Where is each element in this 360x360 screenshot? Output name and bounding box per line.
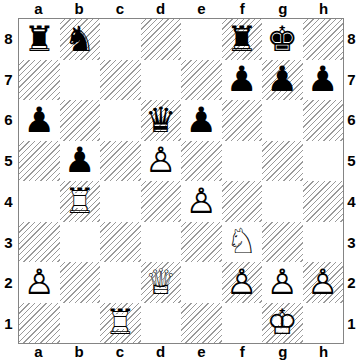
black-pawn-icon: ♟: [303, 60, 344, 101]
file-label-top-d: d: [140, 0, 181, 17]
chess-diagram: abcdefgh 87654321 ♜♞♜♚♟♟♟♟♛♟♟♟♙♜♖♟♙♞♘♟♙♛…: [0, 0, 360, 360]
square-c1[interactable]: ♜♖: [100, 303, 141, 344]
rank-label-right-6: 6: [343, 100, 360, 141]
chessboard: ♜♞♜♚♟♟♟♟♛♟♟♟♙♜♖♟♙♞♘♟♙♛♕♟♙♟♙♟♙♜♖♚♔: [18, 18, 344, 344]
white-knight-icon: ♘: [222, 222, 263, 263]
square-a2[interactable]: ♟♙: [19, 262, 60, 303]
square-c7[interactable]: [100, 60, 141, 101]
square-g7[interactable]: ♟: [262, 60, 303, 101]
piece-black-pawn: ♟: [303, 60, 344, 101]
rank-label-left-3: 3: [0, 222, 17, 263]
black-knight-icon: ♞: [60, 19, 101, 60]
rank-labels-right: 87654321: [343, 18, 360, 344]
square-g5[interactable]: [262, 141, 303, 182]
square-h2[interactable]: ♟♙: [303, 262, 344, 303]
square-b4[interactable]: ♜♖: [60, 181, 101, 222]
black-queen-icon: ♛: [141, 100, 182, 141]
square-c3[interactable]: [100, 222, 141, 263]
square-d7[interactable]: [141, 60, 182, 101]
square-a7[interactable]: [19, 60, 60, 101]
piece-white-pawn: ♟♙: [222, 262, 263, 303]
white-queen-icon: ♕: [141, 262, 182, 303]
rank-label-left-1: 1: [0, 303, 17, 344]
square-g2[interactable]: ♟♙: [262, 262, 303, 303]
black-rook-icon: ♜: [19, 19, 60, 60]
file-label-top-f: f: [222, 0, 263, 17]
piece-black-queen: ♛: [141, 100, 182, 141]
white-pawn-icon: ♙: [141, 141, 182, 182]
white-pawn-icon: ♙: [222, 262, 263, 303]
white-pawn-icon: ♙: [181, 181, 222, 222]
rank-label-left-5: 5: [0, 140, 17, 181]
square-b3[interactable]: [60, 222, 101, 263]
square-b8[interactable]: ♞: [60, 19, 101, 60]
file-label-top-e: e: [181, 0, 222, 17]
square-f3[interactable]: ♞♘: [222, 222, 263, 263]
square-d1[interactable]: [141, 303, 182, 344]
piece-white-rook: ♜♖: [100, 303, 141, 344]
piece-black-pawn: ♟: [60, 141, 101, 182]
file-label-bottom-h: h: [303, 343, 344, 360]
rank-label-right-2: 2: [343, 263, 360, 304]
square-g8[interactable]: ♚: [262, 19, 303, 60]
rank-labels-left: 87654321: [0, 18, 17, 344]
square-h5[interactable]: [303, 141, 344, 182]
piece-black-rook: ♜: [19, 19, 60, 60]
square-h4[interactable]: [303, 181, 344, 222]
piece-white-pawn: ♟♙: [19, 262, 60, 303]
square-h7[interactable]: ♟: [303, 60, 344, 101]
piece-white-knight: ♞♘: [222, 222, 263, 263]
file-label-top-g: g: [263, 0, 304, 17]
file-label-bottom-e: e: [181, 343, 222, 360]
square-h1[interactable]: [303, 303, 344, 344]
piece-white-rook: ♜♖: [60, 181, 101, 222]
file-label-bottom-g: g: [263, 343, 304, 360]
square-b2[interactable]: [60, 262, 101, 303]
piece-black-pawn: ♟: [262, 60, 303, 101]
file-label-top-c: c: [100, 0, 141, 17]
square-e2[interactable]: [181, 262, 222, 303]
square-b1[interactable]: [60, 303, 101, 344]
square-b5[interactable]: ♟: [60, 141, 101, 182]
rank-label-left-6: 6: [0, 100, 17, 141]
piece-white-pawn: ♟♙: [262, 262, 303, 303]
black-pawn-icon: ♟: [60, 141, 101, 182]
square-a6[interactable]: ♟: [19, 100, 60, 141]
piece-white-queen: ♛♕: [141, 262, 182, 303]
black-pawn-icon: ♟: [181, 100, 222, 141]
square-d8[interactable]: [141, 19, 182, 60]
square-d3[interactable]: [141, 222, 182, 263]
square-a3[interactable]: [19, 222, 60, 263]
square-g1[interactable]: ♚♔: [262, 303, 303, 344]
square-c5[interactable]: [100, 141, 141, 182]
rank-label-left-2: 2: [0, 263, 17, 304]
square-f1[interactable]: [222, 303, 263, 344]
square-b6[interactable]: [60, 100, 101, 141]
black-rook-icon: ♜: [222, 19, 263, 60]
white-pawn-icon: ♙: [262, 262, 303, 303]
square-g4[interactable]: [262, 181, 303, 222]
rank-label-right-5: 5: [343, 140, 360, 181]
file-label-bottom-d: d: [140, 343, 181, 360]
square-h3[interactable]: [303, 222, 344, 263]
square-a8[interactable]: ♜: [19, 19, 60, 60]
piece-black-rook: ♜: [222, 19, 263, 60]
rank-label-right-7: 7: [343, 59, 360, 100]
black-king-icon: ♚: [262, 19, 303, 60]
piece-black-pawn: ♟: [19, 100, 60, 141]
white-king-icon: ♔: [262, 303, 303, 344]
square-e6[interactable]: ♟: [181, 100, 222, 141]
square-f6[interactable]: [222, 100, 263, 141]
square-f2[interactable]: ♟♙: [222, 262, 263, 303]
square-g3[interactable]: [262, 222, 303, 263]
rank-label-right-3: 3: [343, 222, 360, 263]
white-pawn-icon: ♙: [303, 262, 344, 303]
piece-white-pawn: ♟♙: [303, 262, 344, 303]
rank-label-left-8: 8: [0, 18, 17, 59]
file-labels-top: abcdefgh: [18, 0, 344, 17]
piece-white-pawn: ♟♙: [181, 181, 222, 222]
square-e7[interactable]: [181, 60, 222, 101]
white-pawn-icon: ♙: [19, 262, 60, 303]
square-d6[interactable]: ♛: [141, 100, 182, 141]
square-f4[interactable]: [222, 181, 263, 222]
file-label-top-a: a: [18, 0, 59, 17]
square-a1[interactable]: [19, 303, 60, 344]
file-label-bottom-c: c: [100, 343, 141, 360]
piece-black-pawn: ♟: [181, 100, 222, 141]
square-e4[interactable]: ♟♙: [181, 181, 222, 222]
square-e1[interactable]: [181, 303, 222, 344]
square-e3[interactable]: [181, 222, 222, 263]
file-label-top-h: h: [303, 0, 344, 17]
piece-white-pawn: ♟♙: [141, 141, 182, 182]
square-e8[interactable]: [181, 19, 222, 60]
file-label-bottom-a: a: [18, 343, 59, 360]
rank-label-right-8: 8: [343, 18, 360, 59]
square-c8[interactable]: [100, 19, 141, 60]
square-c2[interactable]: [100, 262, 141, 303]
square-e5[interactable]: [181, 141, 222, 182]
square-b7[interactable]: [60, 60, 101, 101]
piece-black-pawn: ♟: [222, 60, 263, 101]
rank-label-left-7: 7: [0, 59, 17, 100]
white-rook-icon: ♖: [100, 303, 141, 344]
black-pawn-icon: ♟: [19, 100, 60, 141]
square-d5[interactable]: ♟♙: [141, 141, 182, 182]
square-h8[interactable]: [303, 19, 344, 60]
square-d2[interactable]: ♛♕: [141, 262, 182, 303]
square-g6[interactable]: [262, 100, 303, 141]
rank-label-right-1: 1: [343, 303, 360, 344]
piece-black-king: ♚: [262, 19, 303, 60]
square-a4[interactable]: [19, 181, 60, 222]
piece-black-knight: ♞: [60, 19, 101, 60]
square-c6[interactable]: [100, 100, 141, 141]
square-h6[interactable]: [303, 100, 344, 141]
rank-label-right-4: 4: [343, 181, 360, 222]
black-pawn-icon: ♟: [262, 60, 303, 101]
black-pawn-icon: ♟: [222, 60, 263, 101]
square-a5[interactable]: [19, 141, 60, 182]
square-d4[interactable]: [141, 181, 182, 222]
file-label-top-b: b: [59, 0, 100, 17]
rank-label-left-4: 4: [0, 181, 17, 222]
file-label-bottom-f: f: [222, 343, 263, 360]
white-rook-icon: ♖: [60, 181, 101, 222]
square-f5[interactable]: [222, 141, 263, 182]
square-f8[interactable]: ♜: [222, 19, 263, 60]
square-c4[interactable]: [100, 181, 141, 222]
piece-white-king: ♚♔: [262, 303, 303, 344]
file-label-bottom-b: b: [59, 343, 100, 360]
square-f7[interactable]: ♟: [222, 60, 263, 101]
file-labels-bottom: abcdefgh: [18, 343, 344, 360]
